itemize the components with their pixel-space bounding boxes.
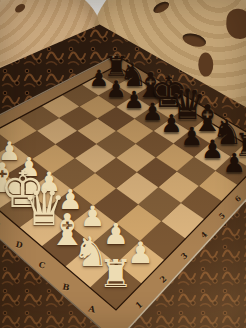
chess-table [0, 0, 246, 328]
chess-table-photo-scene: ABCDEFGH12345678 ♜♞♝♛♚♝♞♜♟♟♟♟♟♟♟♟♟♟♟♟♟♟♟… [0, 0, 246, 328]
